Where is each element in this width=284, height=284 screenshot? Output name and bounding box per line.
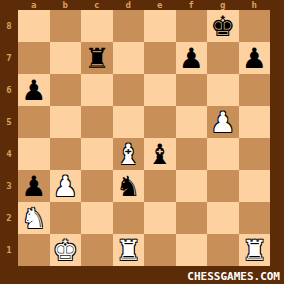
square-b1: ♚ [50,234,82,266]
file-labels: abcdefgh [18,0,270,10]
rank-label-1: 1 [0,234,18,266]
white-rook-piece: ♜ [242,235,267,267]
rank-label-6: 6 [0,74,18,106]
file-label-c: c [81,0,113,10]
file-label-a: a [18,0,50,10]
square-a4 [18,138,50,170]
white-rook-piece: ♜ [116,235,141,267]
square-g1 [207,234,239,266]
square-c7: ♜ [81,42,113,74]
square-d6 [113,74,145,106]
square-h7: ♟ [239,42,271,74]
square-h6 [239,74,271,106]
square-f2 [176,202,208,234]
square-f5 [176,106,208,138]
square-g3 [207,170,239,202]
black-pawn-piece: ♟ [179,43,204,75]
square-d5 [113,106,145,138]
chess-board: ♚♜♟♟♟♟♝♝♟♟♞♞♚♜♜ [18,10,270,266]
square-c8 [81,10,113,42]
square-a2: ♞ [18,202,50,234]
square-g7 [207,42,239,74]
black-pawn-piece: ♟ [21,171,46,203]
square-c1 [81,234,113,266]
square-f7: ♟ [176,42,208,74]
square-f1 [176,234,208,266]
rank-label-5: 5 [0,106,18,138]
file-label-h: h [239,0,271,10]
square-e7 [144,42,176,74]
square-d4: ♝ [113,138,145,170]
rank-label-3: 3 [0,170,18,202]
square-g6 [207,74,239,106]
square-e4: ♝ [144,138,176,170]
square-d2 [113,202,145,234]
rank-label-4: 4 [0,138,18,170]
square-e8 [144,10,176,42]
square-b8 [50,10,82,42]
square-a7 [18,42,50,74]
white-bishop-piece: ♝ [116,139,141,171]
square-h8 [239,10,271,42]
square-f4 [176,138,208,170]
black-rook-piece: ♜ [84,43,109,75]
square-b7 [50,42,82,74]
square-b5 [50,106,82,138]
file-label-f: f [176,0,208,10]
square-h3 [239,170,271,202]
chessgames-brand-link[interactable]: CHESSGAMES.COM [187,270,280,283]
square-h2 [239,202,271,234]
square-e5 [144,106,176,138]
black-pawn-piece: ♟ [21,75,46,107]
square-h4 [239,138,271,170]
square-a3: ♟ [18,170,50,202]
square-c3 [81,170,113,202]
square-b4 [50,138,82,170]
square-f6 [176,74,208,106]
board-frame: abcdefgh 87654321 ♚♜♟♟♟♟♝♝♟♟♞♞♚♜♜ CHESSG… [0,0,284,284]
square-b2 [50,202,82,234]
square-e1 [144,234,176,266]
white-knight-piece: ♞ [21,203,46,235]
square-g5: ♟ [207,106,239,138]
white-king-piece: ♚ [53,235,78,267]
square-e2 [144,202,176,234]
square-h1: ♜ [239,234,271,266]
file-label-e: e [144,0,176,10]
square-d1: ♜ [113,234,145,266]
square-e6 [144,74,176,106]
square-g2 [207,202,239,234]
white-pawn-piece: ♟ [210,107,235,139]
square-b3: ♟ [50,170,82,202]
square-a1 [18,234,50,266]
square-c4 [81,138,113,170]
square-e3 [144,170,176,202]
white-pawn-piece: ♟ [53,171,78,203]
rank-labels: 87654321 [0,10,18,266]
square-f3 [176,170,208,202]
square-c2 [81,202,113,234]
rank-label-2: 2 [0,202,18,234]
rank-label-8: 8 [0,10,18,42]
file-label-b: b [50,0,82,10]
square-f8 [176,10,208,42]
square-d3: ♞ [113,170,145,202]
file-label-d: d [113,0,145,10]
square-c6 [81,74,113,106]
square-g8: ♚ [207,10,239,42]
square-a5 [18,106,50,138]
square-d7 [113,42,145,74]
square-g4 [207,138,239,170]
file-label-g: g [207,0,239,10]
black-bishop-piece: ♝ [147,139,172,171]
square-h5 [239,106,271,138]
square-a6: ♟ [18,74,50,106]
black-pawn-piece: ♟ [242,43,267,75]
rank-label-7: 7 [0,42,18,74]
square-b6 [50,74,82,106]
black-knight-piece: ♞ [116,171,141,203]
square-c5 [81,106,113,138]
black-king-piece: ♚ [210,11,235,43]
square-a8 [18,10,50,42]
square-d8 [113,10,145,42]
